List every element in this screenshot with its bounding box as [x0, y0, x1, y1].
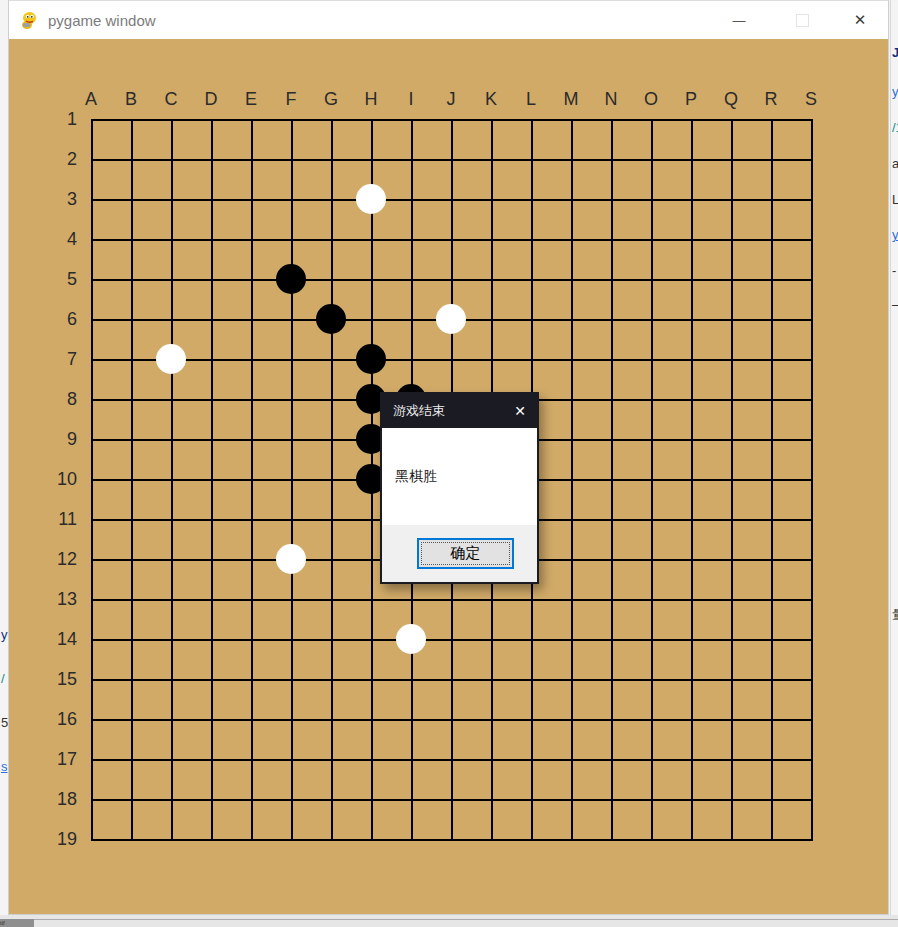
grid-cell[interactable]: [691, 799, 731, 839]
grid-cell[interactable]: [651, 719, 691, 759]
grid-cell[interactable]: [571, 439, 611, 479]
grid-cell[interactable]: [611, 279, 651, 319]
grid-cell[interactable]: [691, 159, 731, 199]
grid-cell[interactable]: [611, 799, 651, 839]
grid-cell[interactable]: [731, 199, 771, 239]
grid-cell[interactable]: [571, 559, 611, 599]
row-label-15: 15: [39, 669, 77, 690]
grid-cell[interactable]: [531, 239, 571, 279]
grid-cell[interactable]: [411, 679, 451, 719]
grid-cell[interactable]: [651, 119, 691, 159]
grid-cell[interactable]: [651, 359, 691, 399]
grid-cell[interactable]: [771, 279, 811, 319]
grid-cell[interactable]: [91, 199, 131, 239]
grid-cell[interactable]: [731, 679, 771, 719]
grid-cell[interactable]: [251, 719, 291, 759]
grid-cell[interactable]: [171, 119, 211, 159]
grid-cell[interactable]: [491, 119, 531, 159]
grid-cell[interactable]: [411, 119, 451, 159]
grid-cell[interactable]: [291, 479, 331, 519]
grid-cell[interactable]: [411, 199, 451, 239]
grid-cell[interactable]: [611, 599, 651, 639]
grid-cell[interactable]: [691, 239, 731, 279]
grid-cell[interactable]: [571, 519, 611, 559]
grid-cell[interactable]: [371, 759, 411, 799]
grid-cell[interactable]: [371, 799, 411, 839]
grid-cell[interactable]: [771, 639, 811, 679]
grid-cell[interactable]: [211, 559, 251, 599]
grid-cell[interactable]: [251, 439, 291, 479]
grid-cell[interactable]: [571, 759, 611, 799]
grid-cell[interactable]: [251, 399, 291, 439]
grid-cell[interactable]: [651, 599, 691, 639]
grid-cell[interactable]: [91, 599, 131, 639]
grid-cell[interactable]: [531, 799, 571, 839]
dialog-title: 游戏结束: [393, 402, 445, 420]
grid-cell[interactable]: [91, 359, 131, 399]
grid-cell[interactable]: [491, 279, 531, 319]
grid-cell[interactable]: [571, 279, 611, 319]
grid-cell[interactable]: [571, 599, 611, 639]
grid-cell[interactable]: [771, 319, 811, 359]
grid-cell[interactable]: [291, 359, 331, 399]
grid-cell[interactable]: [251, 639, 291, 679]
grid-cell[interactable]: [211, 119, 251, 159]
grid-cell[interactable]: [131, 599, 171, 639]
grid-cell[interactable]: [771, 759, 811, 799]
grid-cell[interactable]: [251, 159, 291, 199]
grid-cell[interactable]: [171, 399, 211, 439]
column-label-R: R: [765, 89, 778, 109]
grid-cell[interactable]: [731, 719, 771, 759]
grid-cell[interactable]: [251, 599, 291, 639]
grid-cell[interactable]: [691, 479, 731, 519]
grid-cell[interactable]: [731, 119, 771, 159]
grid-cell[interactable]: [691, 759, 731, 799]
grid-cell[interactable]: [611, 159, 651, 199]
grid-cell[interactable]: [91, 159, 131, 199]
background-text-fragment: Js: [892, 46, 898, 60]
grid-cell[interactable]: [731, 399, 771, 439]
grid-cell[interactable]: [91, 719, 131, 759]
grid-cell[interactable]: [211, 199, 251, 239]
grid-cell[interactable]: [691, 119, 731, 159]
grid-cell[interactable]: [651, 639, 691, 679]
grid-cell[interactable]: [771, 359, 811, 399]
grid-cell[interactable]: [611, 199, 651, 239]
background-bottom-strip: tif: [0, 915, 898, 927]
grid-cell[interactable]: [611, 679, 651, 719]
row-label-19: 19: [39, 829, 77, 850]
grid-cell[interactable]: [531, 159, 571, 199]
background-text-fragment: Lo: [892, 193, 898, 207]
row-label-1: 1: [39, 109, 77, 130]
grid-cell[interactable]: [571, 399, 611, 439]
grid-cell[interactable]: [251, 199, 291, 239]
grid-cell[interactable]: [91, 399, 131, 439]
grid-cell[interactable]: [571, 319, 611, 359]
grid-cell[interactable]: [611, 639, 651, 679]
grid-cell[interactable]: [771, 519, 811, 559]
grid-cell[interactable]: [211, 519, 251, 559]
dialog-close-icon[interactable]: ✕: [514, 403, 526, 419]
grid-cell[interactable]: [731, 159, 771, 199]
column-label-S: S: [805, 89, 817, 109]
grid-cell[interactable]: [451, 799, 491, 839]
grid-cell[interactable]: [91, 439, 131, 479]
grid-cell[interactable]: [611, 719, 651, 759]
grid-cell[interactable]: [211, 359, 251, 399]
row-label-8: 8: [39, 389, 77, 410]
grid-cell[interactable]: [491, 719, 531, 759]
grid-cell[interactable]: [611, 359, 651, 399]
grid-cell[interactable]: [491, 799, 531, 839]
row-label-3: 3: [39, 189, 77, 210]
background-text-fragment: y: [1, 628, 8, 642]
grid-cell[interactable]: [211, 239, 251, 279]
grid-cell[interactable]: [331, 719, 371, 759]
grid-cell[interactable]: [771, 159, 811, 199]
grid-cell[interactable]: [251, 759, 291, 799]
grid-cell[interactable]: [171, 679, 211, 719]
grid-cell[interactable]: [131, 799, 171, 839]
grid-cell[interactable]: [691, 319, 731, 359]
grid-cell[interactable]: [571, 159, 611, 199]
grid-cell[interactable]: [91, 319, 131, 359]
grid-cell[interactable]: [91, 639, 131, 679]
grid-cell[interactable]: [91, 519, 131, 559]
grid-cell[interactable]: [571, 679, 611, 719]
grid-cell[interactable]: [131, 199, 171, 239]
grid-cell[interactable]: [491, 319, 531, 359]
grid-cell[interactable]: [531, 639, 571, 679]
grid-cell[interactable]: [531, 599, 571, 639]
grid-cell[interactable]: [531, 319, 571, 359]
grid-cell[interactable]: [211, 319, 251, 359]
minimize-button[interactable]: —: [716, 1, 762, 39]
grid-cell[interactable]: [131, 119, 171, 159]
stone-white-J6: [436, 304, 466, 334]
grid-cell[interactable]: [331, 599, 371, 639]
grid-cell[interactable]: [771, 119, 811, 159]
grid-cell[interactable]: [171, 199, 211, 239]
grid-cell[interactable]: [331, 759, 371, 799]
grid-cell[interactable]: [771, 239, 811, 279]
grid-cell[interactable]: [531, 719, 571, 759]
background-text-fragment: yT: [892, 85, 898, 99]
grid-cell[interactable]: [291, 119, 331, 159]
grid-cell[interactable]: [771, 559, 811, 599]
ok-button[interactable]: 确定: [417, 538, 514, 569]
dialog-footer: 确定: [382, 525, 537, 582]
stone-white-C7: [156, 344, 186, 374]
grid-cell[interactable]: [131, 719, 171, 759]
row-label-9: 9: [39, 429, 77, 450]
grid-cell[interactable]: [571, 799, 611, 839]
grid-cell[interactable]: [91, 239, 131, 279]
grid-cell[interactable]: [331, 639, 371, 679]
stone-black-F5: [276, 264, 306, 294]
grid-cell[interactable]: [611, 559, 651, 599]
grid-cell[interactable]: [251, 359, 291, 399]
grid-cell[interactable]: [531, 759, 571, 799]
grid-cell[interactable]: [651, 199, 691, 239]
grid-cell[interactable]: [731, 599, 771, 639]
background-text-fragment: 量: [892, 608, 898, 622]
grid-cell[interactable]: [331, 559, 371, 599]
grid-cell[interactable]: [571, 119, 611, 159]
grid-cell[interactable]: [171, 599, 211, 639]
grid-cell[interactable]: [651, 679, 691, 719]
grid-cell[interactable]: [331, 239, 371, 279]
grid-cell[interactable]: [651, 479, 691, 519]
grid-cell[interactable]: [611, 439, 651, 479]
grid-cell[interactable]: [411, 799, 451, 839]
grid-cell[interactable]: [771, 719, 811, 759]
grid-cell[interactable]: [771, 199, 811, 239]
grid-cell[interactable]: [131, 239, 171, 279]
grid-cell[interactable]: [211, 279, 251, 319]
grid-cell[interactable]: [731, 799, 771, 839]
grid-cell[interactable]: [651, 319, 691, 359]
grid-cell[interactable]: [731, 239, 771, 279]
grid-cell[interactable]: [291, 719, 331, 759]
grid-cell[interactable]: [451, 159, 491, 199]
app-window: pygame window — ✕ ABCDEFGHIJKLMNOPQRS 12…: [8, 0, 889, 915]
grid-cell[interactable]: [251, 479, 291, 519]
grid-cell[interactable]: [491, 199, 531, 239]
grid-cell[interactable]: [651, 439, 691, 479]
grid-cell[interactable]: [411, 159, 451, 199]
grid-cell[interactable]: [691, 519, 731, 559]
grid-cell[interactable]: [451, 759, 491, 799]
grid-cell[interactable]: [131, 439, 171, 479]
grid-cell[interactable]: [331, 519, 371, 559]
grid-cell[interactable]: [731, 559, 771, 599]
grid-cell[interactable]: [651, 519, 691, 559]
grid-cell[interactable]: [451, 199, 491, 239]
grid-cell[interactable]: [211, 439, 251, 479]
row-label-12: 12: [39, 549, 77, 570]
grid-cell[interactable]: [651, 399, 691, 439]
grid-cell[interactable]: [571, 479, 611, 519]
pygame-icon: [19, 10, 39, 30]
grid-cell[interactable]: [491, 239, 531, 279]
grid-cell[interactable]: [171, 559, 211, 599]
grid-cell[interactable]: [211, 639, 251, 679]
grid-cell[interactable]: [731, 319, 771, 359]
grid-cell[interactable]: [691, 639, 731, 679]
row-label-17: 17: [39, 749, 77, 770]
grid-cell[interactable]: [731, 479, 771, 519]
grid-cell[interactable]: [651, 279, 691, 319]
grid-cell[interactable]: [291, 759, 331, 799]
grid-cell[interactable]: [531, 199, 571, 239]
grid-cell[interactable]: [171, 519, 211, 559]
grid-cell[interactable]: [571, 199, 611, 239]
grid-cell[interactable]: [291, 679, 331, 719]
grid-cell[interactable]: [211, 159, 251, 199]
grid-cell[interactable]: [651, 799, 691, 839]
grid-cell[interactable]: [331, 799, 371, 839]
grid-cell[interactable]: [251, 119, 291, 159]
grid-cell[interactable]: [691, 559, 731, 599]
grid-cell[interactable]: [371, 119, 411, 159]
grid-cell[interactable]: [451, 239, 491, 279]
grid-cell[interactable]: [171, 759, 211, 799]
grid-cell[interactable]: [171, 719, 211, 759]
grid-cell[interactable]: [251, 319, 291, 359]
grid-cell[interactable]: [131, 399, 171, 439]
maximize-button[interactable]: [779, 1, 825, 39]
grid-cell[interactable]: [771, 679, 811, 719]
grid-cell[interactable]: [491, 679, 531, 719]
grid-cell[interactable]: [491, 759, 531, 799]
grid-cell[interactable]: [611, 519, 651, 559]
grid-cell[interactable]: [371, 239, 411, 279]
grid-cell[interactable]: [211, 799, 251, 839]
column-label-Q: Q: [724, 89, 738, 109]
grid-cell[interactable]: [171, 159, 211, 199]
grid-cell[interactable]: [691, 599, 731, 639]
grid-cell[interactable]: [211, 479, 251, 519]
grid-cell[interactable]: [611, 119, 651, 159]
grid-cell[interactable]: [571, 359, 611, 399]
grid-cell[interactable]: [291, 639, 331, 679]
grid-cell[interactable]: [171, 239, 211, 279]
grid-cell[interactable]: [771, 399, 811, 439]
grid-cell[interactable]: [691, 719, 731, 759]
grid-cell[interactable]: [691, 199, 731, 239]
grid-cell[interactable]: [251, 799, 291, 839]
grid-cell[interactable]: [91, 759, 131, 799]
grid-cell[interactable]: [571, 639, 611, 679]
grid-cell[interactable]: [771, 599, 811, 639]
grid-cell[interactable]: [771, 439, 811, 479]
grid-cell[interactable]: [291, 199, 331, 239]
grid-cell[interactable]: [491, 159, 531, 199]
grid-cell[interactable]: [331, 119, 371, 159]
grid-cell[interactable]: [651, 759, 691, 799]
grid-cell[interactable]: [131, 679, 171, 719]
grid-cell[interactable]: [691, 679, 731, 719]
grid-cell[interactable]: [611, 399, 651, 439]
grid-cell[interactable]: [171, 799, 211, 839]
grid-cell[interactable]: [371, 279, 411, 319]
grid-cell[interactable]: [731, 439, 771, 479]
grid-cell[interactable]: [771, 479, 811, 519]
grid-cell[interactable]: [531, 279, 571, 319]
column-label-G: G: [324, 89, 338, 109]
grid-cell[interactable]: [411, 719, 451, 759]
grid-cell[interactable]: [731, 359, 771, 399]
grid-cell[interactable]: [211, 399, 251, 439]
grid-cell[interactable]: [371, 719, 411, 759]
grid-cell[interactable]: [131, 479, 171, 519]
grid-cell[interactable]: [171, 439, 211, 479]
grid-cell[interactable]: [211, 679, 251, 719]
grid-cell[interactable]: [731, 279, 771, 319]
grid-cell[interactable]: [651, 159, 691, 199]
grid-cell[interactable]: [211, 719, 251, 759]
grid-cell[interactable]: [731, 759, 771, 799]
grid-cell[interactable]: [291, 599, 331, 639]
grid-cell[interactable]: [91, 279, 131, 319]
grid-cell[interactable]: [611, 239, 651, 279]
board-surface: ABCDEFGHIJKLMNOPQRS 12345678910111213141…: [9, 39, 888, 914]
grid-cell[interactable]: [91, 119, 131, 159]
grid-cell[interactable]: [211, 759, 251, 799]
grid-cell[interactable]: [331, 679, 371, 719]
grid-cell[interactable]: [451, 679, 491, 719]
grid-cell[interactable]: [411, 759, 451, 799]
grid-cell[interactable]: [171, 639, 211, 679]
grid-cell[interactable]: [131, 159, 171, 199]
grid-cell[interactable]: [491, 639, 531, 679]
row-label-2: 2: [39, 149, 77, 170]
grid-cell[interactable]: [91, 679, 131, 719]
column-label-A: A: [85, 89, 97, 109]
grid-cell[interactable]: [91, 799, 131, 839]
grid-cell[interactable]: [451, 719, 491, 759]
grid-cell[interactable]: [171, 479, 211, 519]
grid-cell[interactable]: [531, 679, 571, 719]
grid-cell[interactable]: [611, 479, 651, 519]
grid-cell[interactable]: [651, 559, 691, 599]
grid-cell[interactable]: [571, 239, 611, 279]
dialog-message: 黑棋胜: [395, 468, 437, 486]
grid-cell[interactable]: [131, 759, 171, 799]
maximize-icon: [796, 14, 809, 27]
grid-cell[interactable]: [691, 399, 731, 439]
grid-cell[interactable]: [691, 279, 731, 319]
grid-cell[interactable]: [411, 239, 451, 279]
grid-cell[interactable]: [451, 639, 491, 679]
grid-cell[interactable]: [691, 359, 731, 399]
grid-cell[interactable]: [731, 519, 771, 559]
grid-cell[interactable]: [131, 279, 171, 319]
row-label-16: 16: [39, 709, 77, 730]
grid-cell[interactable]: [651, 239, 691, 279]
dialog-titlebar[interactable]: 游戏结束 ✕: [382, 394, 537, 428]
grid-cell[interactable]: [291, 439, 331, 479]
grid-cell[interactable]: [291, 799, 331, 839]
grid-cell[interactable]: [91, 559, 131, 599]
grid-cell[interactable]: [611, 759, 651, 799]
grid-cell[interactable]: [371, 679, 411, 719]
grid-cell[interactable]: [451, 599, 491, 639]
grid-cell[interactable]: [131, 639, 171, 679]
grid-cell[interactable]: [291, 159, 331, 199]
grid-cell[interactable]: [131, 559, 171, 599]
close-button[interactable]: ✕: [837, 1, 883, 39]
grid-cell[interactable]: [731, 639, 771, 679]
grid-cell[interactable]: [251, 679, 291, 719]
grid-cell[interactable]: [91, 479, 131, 519]
grid-cell[interactable]: [451, 119, 491, 159]
grid-cell[interactable]: [171, 279, 211, 319]
grid-cell[interactable]: [611, 319, 651, 359]
row-label-4: 4: [39, 229, 77, 250]
grid-cell[interactable]: [691, 439, 731, 479]
grid-cell[interactable]: [531, 119, 571, 159]
grid-cell[interactable]: [571, 719, 611, 759]
grid-cell[interactable]: [131, 519, 171, 559]
grid-cell[interactable]: [291, 399, 331, 439]
grid-cell[interactable]: [211, 599, 251, 639]
grid-cell[interactable]: [491, 599, 531, 639]
grid-cell[interactable]: [771, 799, 811, 839]
